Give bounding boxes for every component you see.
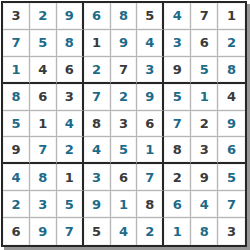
- sudoku-cell-r4c7[interactable]: 5: [164, 84, 191, 111]
- cell-digit: 1: [92, 36, 101, 49]
- sudoku-cell-r5c5[interactable]: 3: [111, 111, 138, 138]
- sudoku-cell-r4c1[interactable]: 8: [3, 84, 30, 111]
- cell-digit: 1: [119, 198, 128, 211]
- sudoku-cell-r3c3[interactable]: 6: [57, 57, 84, 84]
- sudoku-cell-r9c5[interactable]: 4: [111, 218, 138, 245]
- sudoku-cell-r7c1[interactable]: 4: [3, 164, 30, 191]
- sudoku-cell-r2c4[interactable]: 1: [84, 30, 111, 57]
- sudoku-cell-r8c8[interactable]: 4: [191, 191, 218, 218]
- sudoku-cell-r1c3[interactable]: 9: [57, 3, 84, 30]
- sudoku-cell-r2c3[interactable]: 8: [57, 30, 84, 57]
- cell-digit: 4: [119, 225, 128, 238]
- cell-digit: 8: [200, 225, 209, 238]
- cell-digit: 6: [200, 36, 209, 49]
- cell-digit: 9: [173, 63, 182, 76]
- cell-digit: 9: [92, 198, 101, 211]
- sudoku-cell-r4c4[interactable]: 7: [84, 84, 111, 111]
- sudoku-board: 3296854717581943621462739588637295145148…: [1, 1, 247, 247]
- cell-digit: 5: [200, 63, 209, 76]
- cell-digit: 9: [200, 171, 209, 184]
- cell-digit: 3: [227, 225, 236, 238]
- sudoku-cell-r7c8[interactable]: 9: [191, 164, 218, 191]
- cell-digit: 8: [119, 9, 128, 22]
- sudoku-cell-r6c8[interactable]: 3: [191, 137, 218, 164]
- cell-digit: 1: [145, 143, 154, 156]
- cell-digit: 2: [200, 117, 209, 130]
- cell-digit: 7: [11, 36, 20, 49]
- cell-digit: 4: [145, 36, 154, 49]
- cell-digit: 8: [38, 171, 47, 184]
- sudoku-cell-r8c4[interactable]: 9: [84, 191, 111, 218]
- sudoku-cell-r5c3[interactable]: 4: [57, 111, 84, 138]
- cell-digit: 5: [173, 90, 182, 103]
- sudoku-cell-r1c5[interactable]: 8: [111, 3, 138, 30]
- cell-digit: 6: [145, 117, 154, 130]
- cell-digit: 8: [92, 117, 101, 130]
- sudoku-cell-r2c8[interactable]: 6: [191, 30, 218, 57]
- cell-digit: 6: [11, 225, 20, 238]
- sudoku-cell-r9c6[interactable]: 2: [137, 218, 164, 245]
- cell-digit: 4: [173, 9, 182, 22]
- sudoku-cell-r1c8[interactable]: 7: [191, 3, 218, 30]
- cell-digit: 5: [11, 117, 20, 130]
- sudoku-cell-r9c8[interactable]: 8: [191, 218, 218, 245]
- cell-digit: 8: [145, 198, 154, 211]
- cell-digit: 3: [38, 198, 47, 211]
- cell-digit: 7: [200, 9, 209, 22]
- sudoku-cell-r3c9[interactable]: 8: [218, 57, 245, 84]
- cell-digit: 3: [200, 143, 209, 156]
- cell-digit: 3: [11, 9, 20, 22]
- sudoku-cell-r6c6[interactable]: 1: [137, 137, 164, 164]
- cell-digit: 2: [38, 9, 47, 22]
- sudoku-cell-r7c6[interactable]: 7: [137, 164, 164, 191]
- sudoku-cell-r1c1[interactable]: 3: [3, 3, 30, 30]
- cell-digit: 4: [11, 171, 20, 184]
- sudoku-cell-r6c2[interactable]: 7: [30, 137, 57, 164]
- sudoku-cell-r5c8[interactable]: 2: [191, 111, 218, 138]
- sudoku-cell-r9c7[interactable]: 1: [164, 218, 191, 245]
- cell-digit: 2: [65, 143, 74, 156]
- sudoku-cell-r7c9[interactable]: 5: [218, 164, 245, 191]
- cell-digit: 7: [38, 143, 47, 156]
- cell-digit: 5: [38, 36, 47, 49]
- cell-digit: 9: [38, 225, 47, 238]
- cell-digit: 1: [65, 171, 74, 184]
- sudoku-cell-r9c4[interactable]: 5: [84, 218, 111, 245]
- sudoku-cell-r5c9[interactable]: 9: [218, 111, 245, 138]
- sudoku-cell-r6c5[interactable]: 5: [111, 137, 138, 164]
- sudoku-cell-r8c6[interactable]: 8: [137, 191, 164, 218]
- sudoku-cell-r5c1[interactable]: 5: [3, 111, 30, 138]
- cell-digit: 6: [227, 143, 236, 156]
- sudoku-cell-r3c6[interactable]: 3: [137, 57, 164, 84]
- sudoku-cell-r8c2[interactable]: 3: [30, 191, 57, 218]
- cell-digit: 9: [65, 9, 74, 22]
- cell-digit: 6: [65, 63, 74, 76]
- sudoku-cell-r1c2[interactable]: 2: [30, 3, 57, 30]
- sudoku-cell-r6c4[interactable]: 4: [84, 137, 111, 164]
- sudoku-cell-r7c7[interactable]: 2: [164, 164, 191, 191]
- cell-digit: 6: [119, 171, 128, 184]
- cell-digit: 4: [227, 90, 236, 103]
- cell-digit: 7: [173, 117, 182, 130]
- sudoku-cell-r8c5[interactable]: 1: [111, 191, 138, 218]
- cell-digit: 9: [227, 117, 236, 130]
- sudoku-cell-r4c8[interactable]: 1: [191, 84, 218, 111]
- cell-digit: 8: [173, 143, 182, 156]
- sudoku-cell-r3c4[interactable]: 2: [84, 57, 111, 84]
- sudoku-cell-r9c9[interactable]: 3: [218, 218, 245, 245]
- sudoku-cell-r9c1[interactable]: 6: [3, 218, 30, 245]
- sudoku-cell-r3c5[interactable]: 7: [111, 57, 138, 84]
- cell-digit: 9: [119, 36, 128, 49]
- sudoku-cell-r1c9[interactable]: 1: [218, 3, 245, 30]
- cell-digit: 7: [227, 198, 236, 211]
- cell-digit: 1: [200, 90, 209, 103]
- sudoku-cell-r2c7[interactable]: 3: [164, 30, 191, 57]
- sudoku-cell-r2c5[interactable]: 9: [111, 30, 138, 57]
- cell-digit: 4: [65, 117, 74, 130]
- sudoku-cell-r1c7[interactable]: 4: [164, 3, 191, 30]
- cell-digit: 3: [145, 63, 154, 76]
- cell-digit: 9: [145, 90, 154, 103]
- cell-digit: 2: [173, 171, 182, 184]
- cell-digit: 9: [11, 143, 20, 156]
- sudoku-cell-r7c3[interactable]: 1: [57, 164, 84, 191]
- cell-digit: 2: [11, 198, 20, 211]
- sudoku-cell-r1c4[interactable]: 6: [84, 3, 111, 30]
- cell-digit: 7: [65, 225, 74, 238]
- sudoku-cell-r8c7[interactable]: 6: [164, 191, 191, 218]
- sudoku-cell-r7c5[interactable]: 6: [111, 164, 138, 191]
- sudoku-cell-r2c1[interactable]: 7: [3, 30, 30, 57]
- sudoku-cell-r8c3[interactable]: 5: [57, 191, 84, 218]
- cell-digit: 1: [227, 9, 236, 22]
- sudoku-cell-r4c3[interactable]: 3: [57, 84, 84, 111]
- cell-digit: 5: [65, 198, 74, 211]
- cell-digit: 8: [227, 63, 236, 76]
- sudoku-cell-r8c1[interactable]: 2: [3, 191, 30, 218]
- sudoku-cell-r3c2[interactable]: 4: [30, 57, 57, 84]
- cell-digit: 5: [92, 225, 101, 238]
- sudoku-cell-r5c7[interactable]: 7: [164, 111, 191, 138]
- sudoku-cell-r7c2[interactable]: 8: [30, 164, 57, 191]
- sudoku-cell-r4c5[interactable]: 2: [111, 84, 138, 111]
- cell-digit: 5: [119, 143, 128, 156]
- sudoku-cell-r9c3[interactable]: 7: [57, 218, 84, 245]
- cell-digit: 3: [173, 36, 182, 49]
- sudoku-cell-r2c6[interactable]: 4: [137, 30, 164, 57]
- sudoku-cell-r1c6[interactable]: 5: [137, 3, 164, 30]
- cell-digit: 2: [119, 90, 128, 103]
- cell-digit: 2: [227, 36, 236, 49]
- sudoku-cell-r5c6[interactable]: 6: [137, 111, 164, 138]
- sudoku-cell-r3c1[interactable]: 1: [3, 57, 30, 84]
- cell-digit: 8: [11, 90, 20, 103]
- sudoku-cell-r4c9[interactable]: 4: [218, 84, 245, 111]
- cell-digit: 6: [92, 9, 101, 22]
- cell-digit: 7: [92, 90, 101, 103]
- sudoku-cell-r6c9[interactable]: 6: [218, 137, 245, 164]
- cell-digit: 3: [119, 117, 128, 130]
- sudoku-app: 3296854717581943621462739588637295145148…: [0, 0, 250, 250]
- sudoku-cell-r2c2[interactable]: 5: [30, 30, 57, 57]
- sudoku-cell-r6c1[interactable]: 9: [3, 137, 30, 164]
- cell-digit: 6: [38, 90, 47, 103]
- sudoku-cell-r3c7[interactable]: 9: [164, 57, 191, 84]
- cell-digit: 4: [200, 198, 209, 211]
- cell-digit: 5: [227, 171, 236, 184]
- cell-digit: 1: [11, 63, 20, 76]
- sudoku-cell-r6c7[interactable]: 8: [164, 137, 191, 164]
- cell-digit: 1: [173, 225, 182, 238]
- cell-digit: 2: [145, 225, 154, 238]
- sudoku-cell-r7c4[interactable]: 3: [84, 164, 111, 191]
- sudoku-cell-r5c2[interactable]: 1: [30, 111, 57, 138]
- sudoku-cell-r6c3[interactable]: 2: [57, 137, 84, 164]
- sudoku-cell-r8c9[interactable]: 7: [218, 191, 245, 218]
- sudoku-cell-r3c8[interactable]: 5: [191, 57, 218, 84]
- cell-digit: 3: [92, 171, 101, 184]
- cell-digit: 6: [173, 198, 182, 211]
- cell-digit: 5: [145, 9, 154, 22]
- cell-digit: 7: [145, 171, 154, 184]
- sudoku-cell-r9c2[interactable]: 9: [30, 218, 57, 245]
- sudoku-cell-r5c4[interactable]: 8: [84, 111, 111, 138]
- sudoku-cell-r2c9[interactable]: 2: [218, 30, 245, 57]
- cell-digit: 8: [65, 36, 74, 49]
- cell-digit: 4: [38, 63, 47, 76]
- sudoku-cell-r4c6[interactable]: 9: [137, 84, 164, 111]
- cell-digit: 7: [119, 63, 128, 76]
- cell-digit: 3: [65, 90, 74, 103]
- cell-digit: 1: [38, 117, 47, 130]
- cell-digit: 2: [92, 63, 101, 76]
- sudoku-cell-r4c2[interactable]: 6: [30, 84, 57, 111]
- cell-digit: 4: [92, 143, 101, 156]
